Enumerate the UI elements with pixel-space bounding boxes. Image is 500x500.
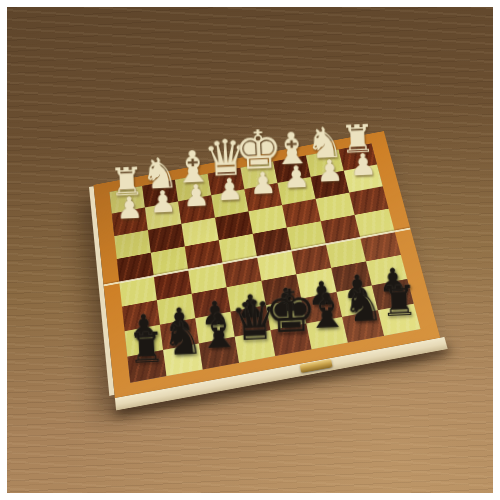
square — [316, 193, 355, 222]
white-pawn: ♟ — [115, 193, 143, 224]
black-rook: ♜ — [379, 278, 418, 322]
white-pawn: ♟ — [282, 162, 310, 193]
square: ♜ — [127, 350, 166, 383]
white-pawn: ♟ — [182, 180, 210, 211]
black-rook: ♜ — [126, 325, 165, 369]
black-knight: ♞ — [341, 281, 384, 329]
photo-frame: ♜♞♝♛♚♝♞♜♟♟♟♟♟♟♟♟♟♟♟♟♟♟♟♟♜♞♝♛♚♝♞♜ — [7, 7, 493, 493]
square: ♝ — [306, 317, 348, 349]
white-pawn: ♟ — [215, 174, 243, 205]
white-pawn: ♟ — [315, 155, 343, 186]
chessboard: ♜♞♝♛♚♝♞♜♟♟♟♟♟♟♟♟♟♟♟♟♟♟♟♟♜♞♝♛♚♝♞♜ — [94, 131, 441, 398]
square — [181, 217, 218, 246]
white-pawn: ♟ — [349, 149, 377, 180]
square — [114, 230, 150, 259]
square: ♜ — [378, 304, 420, 336]
board-scene: ♜♞♝♛♚♝♞♜♟♟♟♟♟♟♟♟♟♟♟♟♟♟♟♟♜♞♝♛♚♝♞♜ — [94, 131, 441, 398]
square: ♞ — [342, 310, 384, 342]
white-pawn: ♟ — [149, 186, 177, 217]
white-pawn: ♟ — [249, 168, 277, 199]
clasp — [300, 359, 333, 373]
